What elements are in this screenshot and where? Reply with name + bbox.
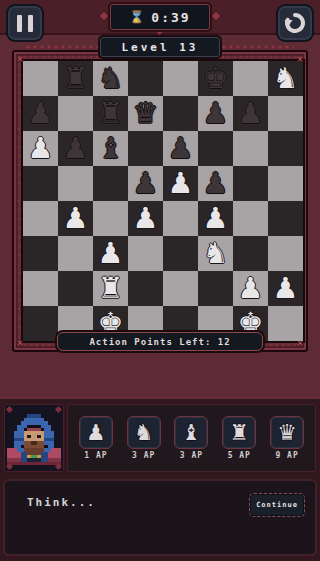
square-b6[interactable]: ♟ [58, 131, 93, 166]
square-c3[interactable]: ♟ [93, 236, 128, 271]
square-h4[interactable] [268, 201, 303, 236]
square-f4[interactable]: ♟ [198, 201, 233, 236]
square-g8[interactable] [233, 61, 268, 96]
wizard-avatar [7, 407, 61, 469]
square-g6[interactable] [233, 131, 268, 166]
frame-corner-x-icon: ✕ [17, 338, 23, 348]
pause-icon [17, 15, 22, 32]
square-g5[interactable] [233, 166, 268, 201]
restart-icon [283, 11, 307, 35]
bishop-icon: ♝ [182, 422, 202, 444]
knight-icon: ♞ [134, 422, 154, 444]
cost-label: 3 AP [132, 451, 155, 460]
piece-shop-tray: ♟ 1 AP ♞ 3 AP ♝ 3 AP ♜ 5 AP ♛ 9 AP [67, 404, 316, 472]
timer-value: 0:39 [151, 10, 190, 25]
square-a6[interactable]: ♟ [23, 131, 58, 166]
square-e6[interactable]: ♟ [163, 131, 198, 166]
black-pawn[interactable]: ♟ [63, 131, 89, 166]
square-h7[interactable] [268, 96, 303, 131]
square-h1[interactable] [268, 306, 303, 341]
square-d4[interactable]: ♟ [128, 201, 163, 236]
square-d3[interactable] [128, 236, 163, 271]
dialog-panel: Think... Continue [3, 479, 317, 556]
white-pawn[interactable]: ♟ [98, 236, 124, 271]
rook-icon: ♜ [229, 422, 249, 444]
square-c6[interactable]: ♝ [93, 131, 128, 166]
square-g2[interactable]: ♟ [233, 271, 268, 306]
square-a5[interactable] [23, 166, 58, 201]
white-pawn[interactable]: ♟ [203, 201, 229, 236]
square-d2[interactable] [128, 271, 163, 306]
square-b8[interactable]: ♜ [58, 61, 93, 96]
frame-corner-x-icon: ✕ [17, 54, 23, 64]
shop-slot-box[interactable]: ♞ [127, 416, 161, 449]
pawn-icon: ♟ [86, 422, 106, 444]
square-f6[interactable] [198, 131, 233, 166]
square-h8[interactable]: ♞ [268, 61, 303, 96]
chess-board: ♜♞♚♞♟♜♛♟♟♟♟♝♟♟♟♟♟♟♟♟♞♜♟♟♚♚ [21, 59, 305, 343]
square-d6[interactable] [128, 131, 163, 166]
square-e7[interactable] [163, 96, 198, 131]
square-f3[interactable]: ♞ [198, 236, 233, 271]
square-e2[interactable] [163, 271, 198, 306]
shop-slot-box[interactable]: ♟ [79, 416, 113, 449]
shop-slot-rook[interactable]: ♜ 5 AP [222, 416, 256, 460]
square-b3[interactable] [58, 236, 93, 271]
square-c8[interactable]: ♞ [93, 61, 128, 96]
black-queen[interactable]: ♛ [133, 96, 159, 131]
square-b7[interactable] [58, 96, 93, 131]
square-f7[interactable]: ♟ [198, 96, 233, 131]
square-d8[interactable] [128, 61, 163, 96]
black-knight[interactable]: ♞ [98, 61, 124, 96]
square-a2[interactable] [23, 271, 58, 306]
white-pawn[interactable]: ♟ [28, 131, 54, 166]
hourglass-icon: ⌛ [129, 11, 144, 23]
square-a8[interactable] [23, 61, 58, 96]
shop-slot-box[interactable]: ♝ [174, 416, 208, 449]
black-pawn[interactable]: ♟ [28, 96, 54, 131]
shop-slot-box[interactable]: ♛ [270, 416, 304, 449]
white-pawn[interactable]: ♟ [168, 166, 194, 201]
white-pawn[interactable]: ♟ [133, 201, 159, 236]
white-knight[interactable]: ♞ [203, 236, 229, 271]
square-a3[interactable] [23, 236, 58, 271]
square-e3[interactable] [163, 236, 198, 271]
black-rook[interactable]: ♜ [63, 61, 89, 96]
square-f5[interactable]: ♟ [198, 166, 233, 201]
square-e5[interactable]: ♟ [163, 166, 198, 201]
black-pawn[interactable]: ♟ [133, 166, 159, 201]
bottom-panel: ♟ 1 AP ♞ 3 AP ♝ 3 AP ♜ 5 AP ♛ 9 AP [0, 397, 320, 561]
square-c2[interactable]: ♜ [93, 271, 128, 306]
square-b5[interactable] [58, 166, 93, 201]
black-pawn[interactable]: ♟ [203, 166, 229, 201]
frame-corner-x-icon: ✕ [297, 54, 303, 64]
white-pawn[interactable]: ♟ [63, 201, 89, 236]
dialog-text: Think... [27, 496, 96, 509]
square-f8[interactable]: ♚ [198, 61, 233, 96]
black-pawn[interactable]: ♟ [238, 96, 264, 131]
cost-label: 3 AP [180, 451, 203, 460]
square-d7[interactable]: ♛ [128, 96, 163, 131]
square-c5[interactable] [93, 166, 128, 201]
square-a4[interactable] [23, 201, 58, 236]
ornament-wave-left [26, 44, 98, 51]
frame-corner-x-icon: ✕ [297, 338, 303, 348]
square-h6[interactable] [268, 131, 303, 166]
continue-label: Continue [256, 501, 298, 509]
level-label: Level 13 [122, 41, 199, 54]
square-d5[interactable]: ♟ [128, 166, 163, 201]
cost-label: 5 AP [228, 451, 251, 460]
shop-slot-pawn[interactable]: ♟ 1 AP [79, 416, 113, 460]
action-points-banner: Action Points Left: 12 [57, 332, 263, 351]
white-pawn[interactable]: ♟ [273, 271, 299, 306]
level-banner: Level 13 [100, 37, 220, 57]
square-e8[interactable] [163, 61, 198, 96]
black-pawn[interactable]: ♟ [168, 131, 194, 166]
black-rook[interactable]: ♜ [98, 96, 124, 131]
square-h5[interactable] [268, 166, 303, 201]
cost-label: 9 AP [275, 451, 298, 460]
square-c4[interactable] [93, 201, 128, 236]
ornament-diamond [212, 12, 220, 20]
pause-button[interactable] [6, 4, 44, 42]
character-portrait [4, 404, 64, 472]
square-g4[interactable] [233, 201, 268, 236]
shop-slot-box[interactable]: ♜ [222, 416, 256, 449]
square-g7[interactable]: ♟ [233, 96, 268, 131]
white-rook[interactable]: ♜ [98, 271, 124, 306]
continue-button[interactable]: Continue [249, 493, 305, 517]
square-a1[interactable] [23, 306, 58, 341]
cost-label: 1 AP [84, 451, 107, 460]
pause-icon [28, 15, 33, 32]
queen-icon: ♛ [277, 422, 297, 444]
white-knight[interactable]: ♞ [273, 61, 299, 96]
timer-box: ⌛ 0:39 [110, 4, 210, 30]
square-c7[interactable]: ♜ [93, 96, 128, 131]
shop-slot-knight[interactable]: ♞ 3 AP [127, 416, 161, 460]
square-b4[interactable]: ♟ [58, 201, 93, 236]
square-f2[interactable] [198, 271, 233, 306]
white-pawn[interactable]: ♟ [238, 271, 264, 306]
ornament-wave-right [222, 44, 294, 51]
board-frame: ✕ ✕ ✕ ✕ ♜♞♚♞♟♜♛♟♟♟♟♝♟♟♟♟♟♟♟♟♞♜♟♟♚♚ [12, 50, 308, 352]
square-b2[interactable] [58, 271, 93, 306]
action-points-text: Action Points Left: 12 [89, 337, 230, 347]
shop-slot-queen[interactable]: ♛ 9 AP [270, 416, 304, 460]
timer: ⌛ 0:39 [101, 4, 219, 30]
square-a7[interactable]: ♟ [23, 96, 58, 131]
black-bishop[interactable]: ♝ [98, 131, 124, 166]
square-g3[interactable] [233, 236, 268, 271]
black-pawn[interactable]: ♟ [203, 96, 229, 131]
black-king[interactable]: ♚ [203, 61, 229, 96]
square-h2[interactable]: ♟ [268, 271, 303, 306]
square-e4[interactable] [163, 201, 198, 236]
square-h3[interactable] [268, 236, 303, 271]
ornament-diamond [100, 12, 108, 20]
shop-slot-bishop[interactable]: ♝ 3 AP [174, 416, 208, 460]
restart-button[interactable] [276, 4, 314, 42]
